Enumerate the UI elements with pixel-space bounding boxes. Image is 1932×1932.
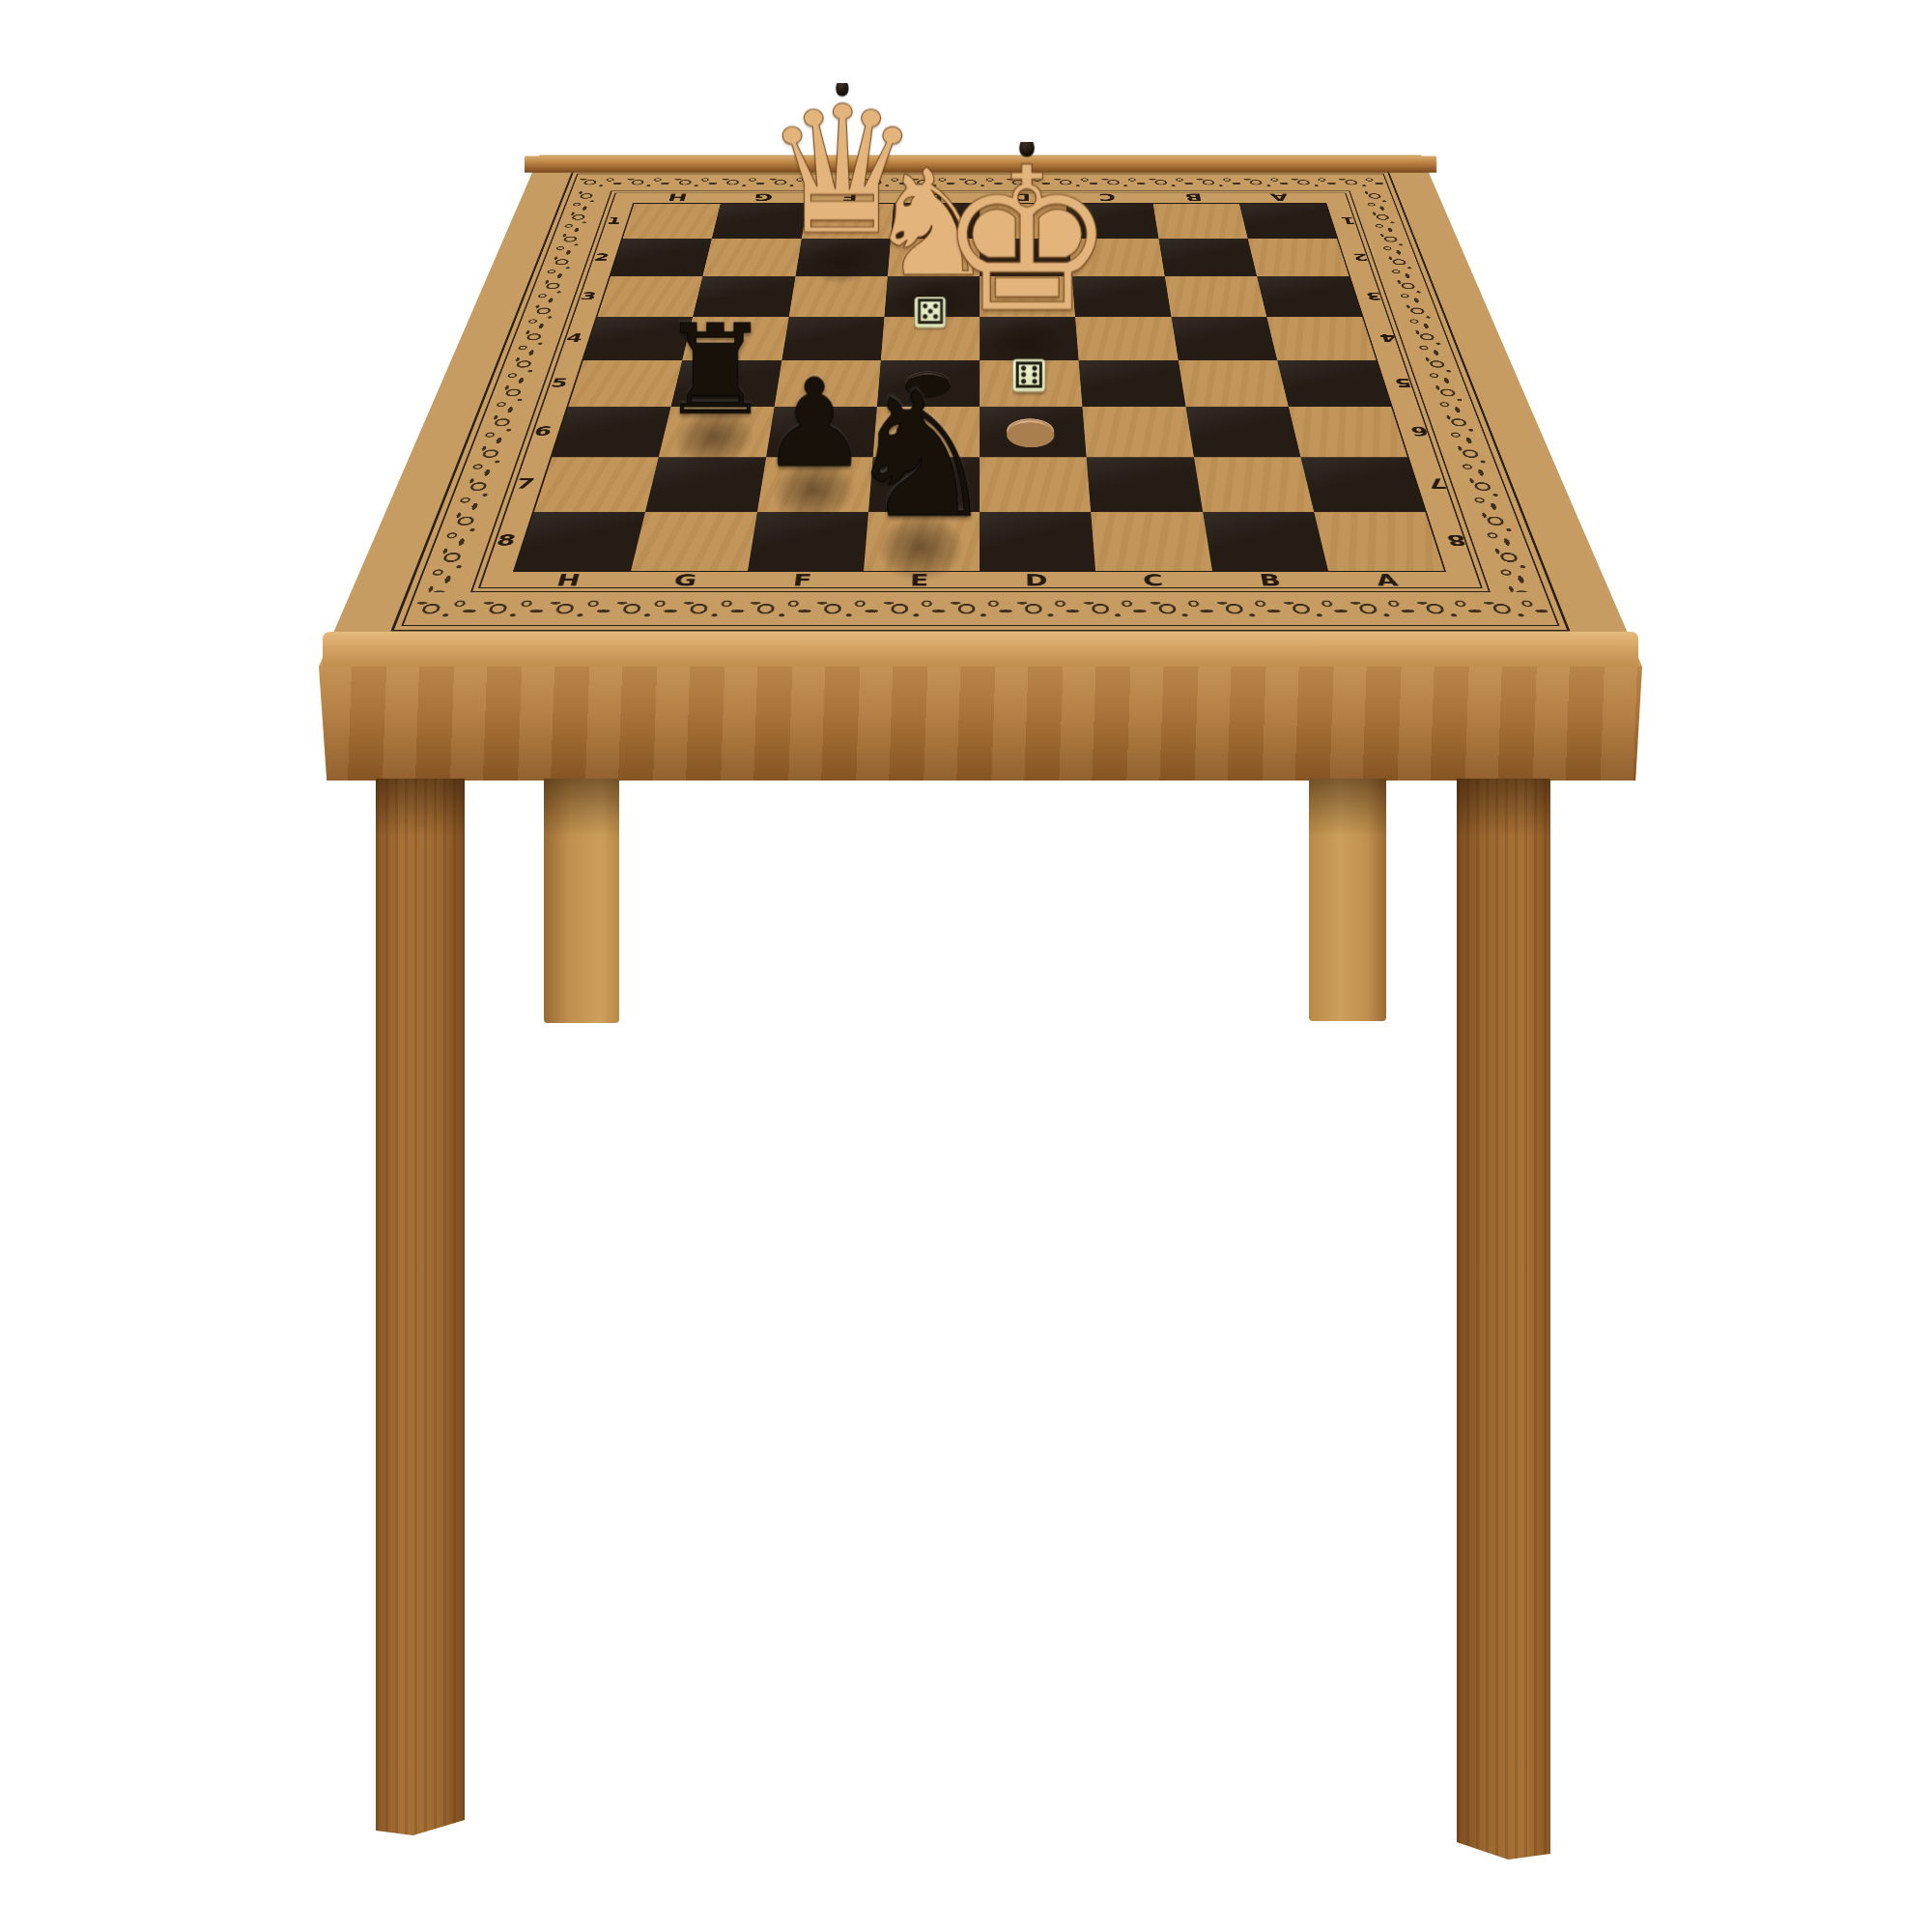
square-d1[interactable] xyxy=(980,204,1068,240)
square-a1[interactable] xyxy=(1239,204,1337,240)
square-e7[interactable] xyxy=(868,457,980,511)
light-checker-d6[interactable] xyxy=(1007,418,1055,443)
square-h1[interactable] xyxy=(623,204,721,240)
square-d5[interactable] xyxy=(980,360,1083,407)
chess-board-grid xyxy=(513,203,1446,572)
square-a4[interactable] xyxy=(1266,317,1376,360)
square-d2[interactable] xyxy=(980,239,1072,276)
square-a3[interactable] xyxy=(1257,276,1362,317)
square-a5[interactable] xyxy=(1277,360,1391,407)
square-h7[interactable] xyxy=(534,457,659,511)
table-leg-front-left xyxy=(376,779,465,1835)
chess-table-photo: HGFEDCBAHGFEDCBA1234567812345678 ♛♞♚♜♟♞⚄… xyxy=(0,0,1932,1932)
square-b7[interactable] xyxy=(1194,457,1314,511)
table-top-surface: HGFEDCBAHGFEDCBA1234567812345678 ♛♞♚♜♟♞⚄… xyxy=(319,156,1642,667)
square-c5[interactable] xyxy=(1079,360,1185,407)
square-f4[interactable] xyxy=(781,317,884,360)
square-h8[interactable] xyxy=(515,512,645,571)
square-g1[interactable] xyxy=(712,204,807,240)
square-h5[interactable] xyxy=(568,360,682,407)
square-h4[interactable] xyxy=(583,317,694,360)
square-c3[interactable] xyxy=(1072,276,1171,317)
square-e8[interactable] xyxy=(864,512,980,571)
dark-checker-e5[interactable] xyxy=(904,371,951,394)
square-g3[interactable] xyxy=(693,276,795,317)
table-leg-back-left xyxy=(544,779,619,1023)
square-f7[interactable] xyxy=(757,457,873,511)
square-d7[interactable] xyxy=(980,457,1091,511)
square-a2[interactable] xyxy=(1248,239,1350,276)
square-h2[interactable] xyxy=(611,239,712,276)
square-g6[interactable] xyxy=(659,407,774,457)
square-f6[interactable] xyxy=(766,407,877,457)
square-c1[interactable] xyxy=(1066,204,1158,240)
square-g5[interactable] xyxy=(671,360,781,407)
square-e1[interactable] xyxy=(891,204,980,240)
square-g8[interactable] xyxy=(631,512,756,571)
square-a6[interactable] xyxy=(1289,407,1407,457)
square-c7[interactable] xyxy=(1087,457,1203,511)
square-d8[interactable] xyxy=(980,512,1095,571)
square-h3[interactable] xyxy=(597,276,702,317)
square-d3[interactable] xyxy=(980,276,1075,317)
square-a8[interactable] xyxy=(1314,512,1444,571)
square-d4[interactable] xyxy=(980,317,1079,360)
square-f3[interactable] xyxy=(788,276,887,317)
square-c4[interactable] xyxy=(1075,317,1178,360)
table-apron xyxy=(319,667,1642,781)
square-e4[interactable] xyxy=(881,317,980,360)
square-e6[interactable] xyxy=(872,407,980,457)
square-f8[interactable] xyxy=(748,512,868,571)
square-g4[interactable] xyxy=(682,317,788,360)
square-c2[interactable] xyxy=(1069,239,1165,276)
square-f1[interactable] xyxy=(801,204,893,240)
table-leg-front-right xyxy=(1457,779,1550,1860)
square-f5[interactable] xyxy=(774,360,880,407)
square-e2[interactable] xyxy=(888,239,980,276)
square-e3[interactable] xyxy=(884,276,980,317)
square-h6[interactable] xyxy=(552,407,670,457)
square-f2[interactable] xyxy=(795,239,891,276)
square-b2[interactable] xyxy=(1158,239,1257,276)
square-g2[interactable] xyxy=(702,239,801,276)
square-b5[interactable] xyxy=(1178,360,1288,407)
square-a7[interactable] xyxy=(1300,457,1425,511)
square-b8[interactable] xyxy=(1203,512,1328,571)
square-g7[interactable] xyxy=(645,457,765,511)
square-b6[interactable] xyxy=(1185,407,1300,457)
square-b4[interactable] xyxy=(1171,317,1277,360)
table-leg-back-right xyxy=(1309,779,1386,1021)
square-c8[interactable] xyxy=(1091,512,1211,571)
square-c6[interactable] xyxy=(1083,407,1194,457)
square-b3[interactable] xyxy=(1164,276,1266,317)
table-front-edge xyxy=(323,632,1638,670)
square-b1[interactable] xyxy=(1152,204,1247,240)
